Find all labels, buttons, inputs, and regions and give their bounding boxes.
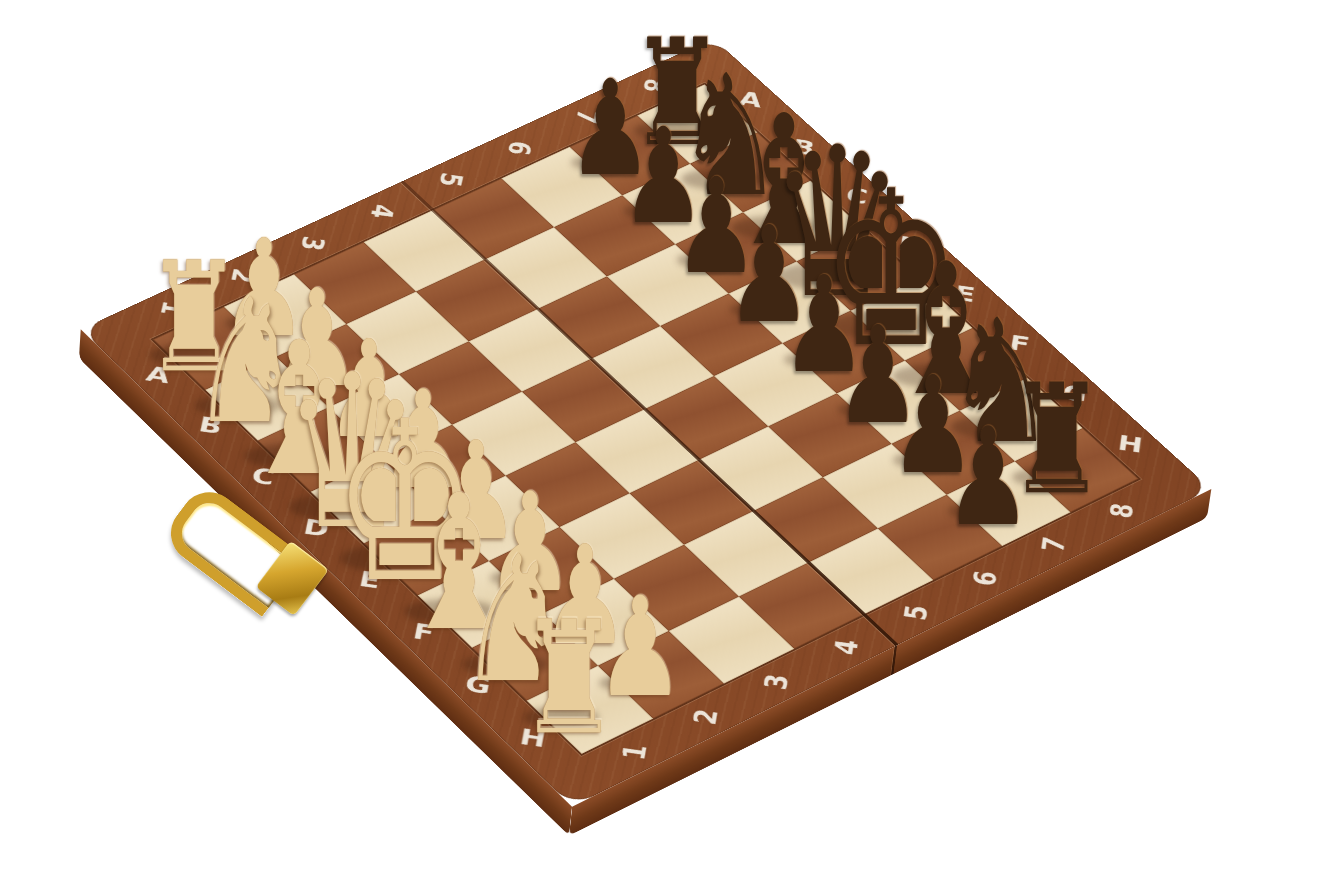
piece-black-pawn-h7[interactable]: ♟ [945,409,1033,544]
piece-white-rook-h1[interactable]: ♜ [518,600,619,756]
scene: AA11BB22CC33DD44EE55FF66GG77HH88 ♜♞♝♛♚♝♞… [0,0,1320,871]
pieces-layer: ♜♞♝♛♚♝♞♜♟♟♟♟♟♟♟♟♟♟♟♟♟♟♟♟♜♞♝♛♚♝♞♜ [0,0,1320,871]
